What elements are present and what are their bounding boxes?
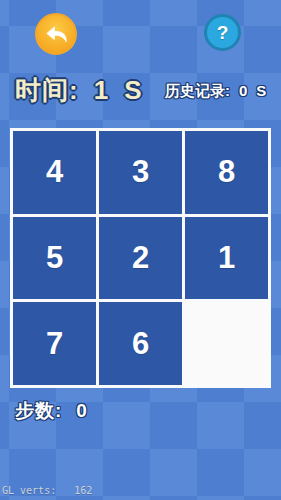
history-value: 0 [239, 82, 247, 99]
steps-value: 0 [76, 400, 88, 422]
tile-r2c1[interactable]: 5 [13, 217, 96, 300]
tile-r3c1[interactable]: 7 [13, 302, 96, 385]
game-screen: ? 时间: 1 S 历史记录: 0 S 4 3 8 5 2 1 7 6 步数: … [0, 0, 281, 500]
history-unit: S [256, 82, 266, 99]
tile-r3c3-empty [185, 302, 268, 385]
puzzle-board: 4 3 8 5 2 1 7 6 [10, 128, 271, 388]
steps-label: 步数: [15, 398, 62, 424]
time-value: 1 [94, 75, 109, 106]
tile-r1c3[interactable]: 8 [185, 131, 268, 214]
time-label: 时间: [15, 73, 79, 108]
debug-gl-verts: GL verts: 162 [2, 485, 92, 497]
help-button[interactable]: ? [204, 14, 241, 51]
tile-r1c2[interactable]: 3 [99, 131, 182, 214]
tile-r2c2[interactable]: 2 [99, 217, 182, 300]
back-arrow-icon [43, 21, 70, 48]
history-row: 历史记录: 0 S [165, 82, 266, 101]
tile-r1c1[interactable]: 4 [13, 131, 96, 214]
time-unit: S [124, 75, 142, 106]
question-mark-icon: ? [217, 22, 229, 44]
history-label: 历史记录: [165, 82, 230, 101]
tile-r2c3[interactable]: 1 [185, 217, 268, 300]
tile-r3c2[interactable]: 6 [99, 302, 182, 385]
debug-stats-overlay: GL verts: 162 GL calls: 26 59.8 / 0.004 [2, 461, 92, 500]
steps-row: 步数: 0 [15, 398, 88, 424]
time-row: 时间: 1 S [15, 73, 142, 108]
back-button[interactable] [35, 13, 77, 55]
